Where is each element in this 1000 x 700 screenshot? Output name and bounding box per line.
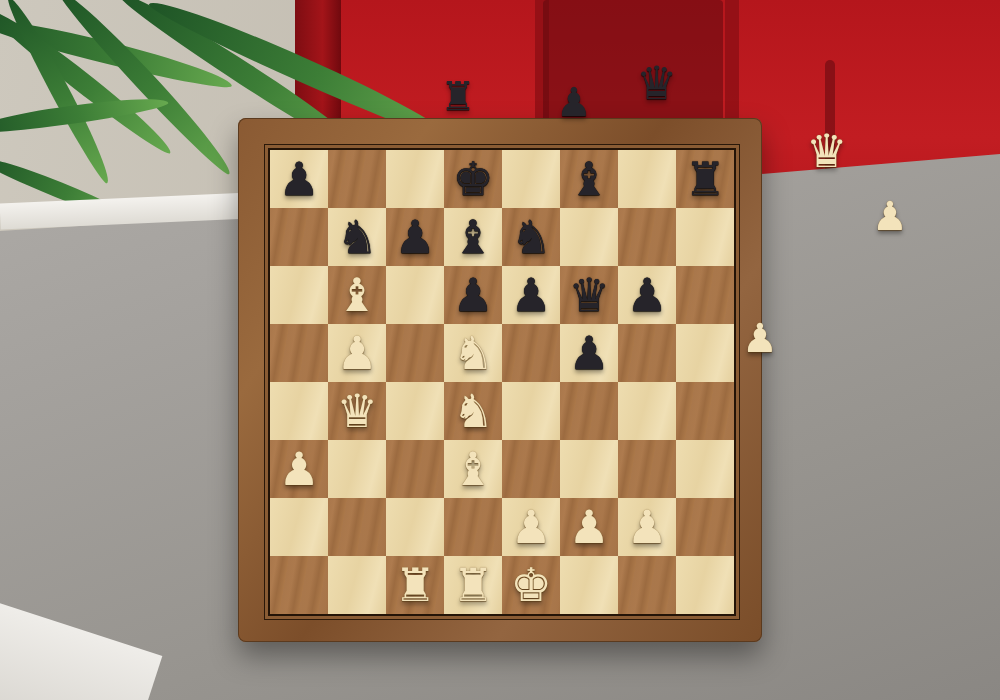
square-d3[interactable]: ♝ [444, 440, 502, 498]
chess-board-frame: ♟♚♝♜♞♟♝♞♝♟♟♛♟♟♞♟♛♞♟♝♟♟♟♜♜♚ [238, 118, 762, 642]
square-g4[interactable] [618, 382, 676, 440]
square-a8[interactable]: ♟ [270, 150, 328, 208]
square-c7[interactable]: ♟ [386, 208, 444, 266]
square-h1[interactable] [676, 556, 734, 614]
piece-black-pawn-f5[interactable]: ♟ [568, 330, 609, 376]
square-d7[interactable]: ♝ [444, 208, 502, 266]
square-e3[interactable] [502, 440, 560, 498]
captured-white-pawn[interactable]: ♟ [742, 318, 778, 358]
piece-white-bishop-d3[interactable]: ♝ [452, 446, 493, 492]
square-b6[interactable]: ♝ [328, 266, 386, 324]
square-c8[interactable] [386, 150, 444, 208]
square-g8[interactable] [618, 150, 676, 208]
piece-white-bishop-b6[interactable]: ♝ [336, 272, 377, 318]
square-f5[interactable]: ♟ [560, 324, 618, 382]
square-c6[interactable] [386, 266, 444, 324]
square-f8[interactable]: ♝ [560, 150, 618, 208]
square-g5[interactable] [618, 324, 676, 382]
piece-white-king-e1[interactable]: ♚ [510, 562, 551, 608]
square-h7[interactable] [676, 208, 734, 266]
square-d2[interactable] [444, 498, 502, 556]
piece-white-rook-d1[interactable]: ♜ [452, 562, 493, 608]
square-f6[interactable]: ♛ [560, 266, 618, 324]
square-d1[interactable]: ♜ [444, 556, 502, 614]
square-h8[interactable]: ♜ [676, 150, 734, 208]
piece-black-knight-b7[interactable]: ♞ [336, 214, 377, 260]
square-a4[interactable] [270, 382, 328, 440]
square-b1[interactable] [328, 556, 386, 614]
square-f7[interactable] [560, 208, 618, 266]
square-h3[interactable] [676, 440, 734, 498]
piece-black-king-d8[interactable]: ♚ [452, 156, 493, 202]
square-f1[interactable] [560, 556, 618, 614]
piece-black-pawn-d6[interactable]: ♟ [452, 272, 493, 318]
piece-white-knight-d5[interactable]: ♞ [452, 330, 493, 376]
square-g1[interactable] [618, 556, 676, 614]
square-f4[interactable] [560, 382, 618, 440]
square-a6[interactable] [270, 266, 328, 324]
square-a7[interactable] [270, 208, 328, 266]
piece-black-bishop-d7[interactable]: ♝ [452, 214, 493, 260]
square-d6[interactable]: ♟ [444, 266, 502, 324]
piece-black-pawn-a8[interactable]: ♟ [278, 156, 319, 202]
square-f2[interactable]: ♟ [560, 498, 618, 556]
chess-board: ♟♚♝♜♞♟♝♞♝♟♟♛♟♟♞♟♛♞♟♝♟♟♟♜♜♚ [268, 148, 736, 616]
piece-black-queen-f6[interactable]: ♛ [568, 272, 609, 318]
square-h4[interactable] [676, 382, 734, 440]
piece-white-knight-d4[interactable]: ♞ [452, 388, 493, 434]
piece-black-pawn-g6[interactable]: ♟ [626, 272, 667, 318]
square-d8[interactable]: ♚ [444, 150, 502, 208]
square-h2[interactable] [676, 498, 734, 556]
piece-white-pawn-f2[interactable]: ♟ [568, 504, 609, 550]
square-c2[interactable] [386, 498, 444, 556]
square-c4[interactable] [386, 382, 444, 440]
square-e8[interactable] [502, 150, 560, 208]
square-a3[interactable]: ♟ [270, 440, 328, 498]
square-e5[interactable] [502, 324, 560, 382]
square-a1[interactable] [270, 556, 328, 614]
piece-white-pawn-b5[interactable]: ♟ [336, 330, 377, 376]
square-e6[interactable]: ♟ [502, 266, 560, 324]
square-e7[interactable]: ♞ [502, 208, 560, 266]
square-g7[interactable] [618, 208, 676, 266]
square-h5[interactable] [676, 324, 734, 382]
piece-white-rook-c1[interactable]: ♜ [394, 562, 435, 608]
piece-black-pawn-c7[interactable]: ♟ [394, 214, 435, 260]
square-c1[interactable]: ♜ [386, 556, 444, 614]
piece-black-bishop-f8[interactable]: ♝ [568, 156, 609, 202]
piece-black-rook-h8[interactable]: ♜ [684, 156, 725, 202]
square-f3[interactable] [560, 440, 618, 498]
square-g3[interactable] [618, 440, 676, 498]
square-g6[interactable]: ♟ [618, 266, 676, 324]
square-b4[interactable]: ♛ [328, 382, 386, 440]
square-h6[interactable] [676, 266, 734, 324]
square-b8[interactable] [328, 150, 386, 208]
square-c5[interactable] [386, 324, 444, 382]
square-a5[interactable] [270, 324, 328, 382]
square-a2[interactable] [270, 498, 328, 556]
square-b7[interactable]: ♞ [328, 208, 386, 266]
square-c3[interactable] [386, 440, 444, 498]
piece-black-knight-e7[interactable]: ♞ [510, 214, 551, 260]
square-d5[interactable]: ♞ [444, 324, 502, 382]
spare-black-queen[interactable]: ♛ [636, 60, 677, 106]
piece-white-pawn-e2[interactable]: ♟ [510, 504, 551, 550]
square-b3[interactable] [328, 440, 386, 498]
square-b2[interactable] [328, 498, 386, 556]
square-d4[interactable]: ♞ [444, 382, 502, 440]
piece-white-pawn-g2[interactable]: ♟ [626, 504, 667, 550]
square-b5[interactable]: ♟ [328, 324, 386, 382]
piece-black-pawn-e6[interactable]: ♟ [510, 272, 551, 318]
piece-white-queen-b4[interactable]: ♛ [336, 388, 377, 434]
captured-white-pawn[interactable]: ♟ [872, 196, 908, 236]
piece-white-pawn-a3[interactable]: ♟ [278, 446, 319, 492]
spare-white-queen[interactable]: ♛ [806, 128, 847, 174]
square-e2[interactable]: ♟ [502, 498, 560, 556]
square-e4[interactable] [502, 382, 560, 440]
square-g2[interactable]: ♟ [618, 498, 676, 556]
captured-black-pawn[interactable]: ♟ [556, 82, 592, 122]
square-e1[interactable]: ♚ [502, 556, 560, 614]
captured-black-rook[interactable]: ♜ [440, 76, 476, 116]
